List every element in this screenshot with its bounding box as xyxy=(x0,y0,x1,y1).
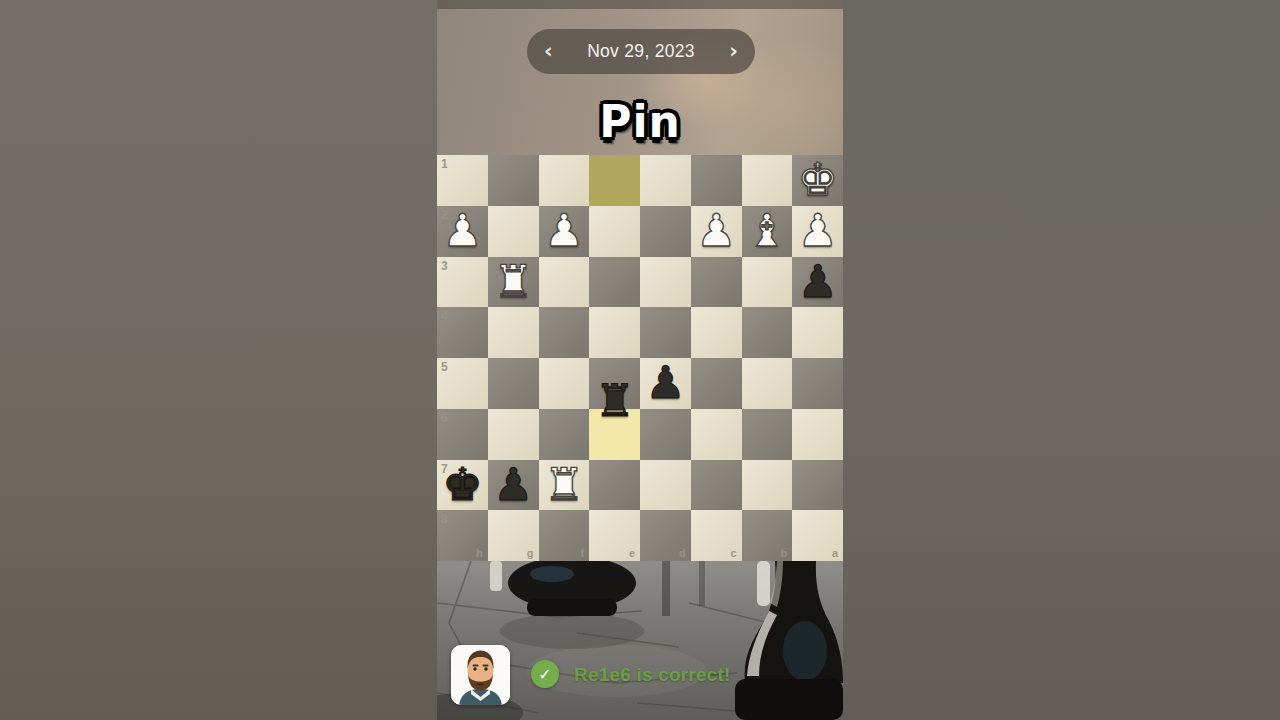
black-pawn[interactable]: ♟ xyxy=(645,358,685,408)
square-f7[interactable]: ♜ xyxy=(539,460,590,511)
next-date-button[interactable]: › xyxy=(729,41,738,62)
file-label-c: c xyxy=(730,547,736,559)
square-f3[interactable] xyxy=(539,257,590,308)
square-c1[interactable] xyxy=(691,155,742,206)
previous-date-button[interactable]: ‹ xyxy=(544,41,553,62)
rank-label-3: 3 xyxy=(441,259,448,273)
square-b6[interactable] xyxy=(742,409,793,460)
file-label-h: h xyxy=(476,547,483,559)
file-label-a: a xyxy=(832,547,838,559)
file-label-d: d xyxy=(679,547,686,559)
rank-label-8: 8 xyxy=(441,512,448,526)
square-c2[interactable]: ♟ xyxy=(691,206,742,257)
square-e7[interactable] xyxy=(589,460,640,511)
square-e8[interactable]: e xyxy=(589,510,640,561)
white-bishop[interactable]: ♝ xyxy=(747,206,787,256)
rank-label-1: 1 xyxy=(441,157,448,171)
square-h7[interactable]: 7♚ xyxy=(437,460,488,511)
square-d5[interactable]: ♟ xyxy=(640,358,691,409)
puzzle-theme-title: Pin xyxy=(437,96,843,147)
square-g3[interactable]: ♜ xyxy=(488,257,539,308)
rank-label-2: 2 xyxy=(441,208,448,222)
square-d8[interactable]: d xyxy=(640,510,691,561)
square-d7[interactable] xyxy=(640,460,691,511)
square-b7[interactable] xyxy=(742,460,793,511)
file-label-f: f xyxy=(581,547,585,559)
avatar-button[interactable] xyxy=(451,645,510,705)
file-label-b: b xyxy=(781,547,788,559)
left-letterbox xyxy=(0,0,437,720)
square-c4[interactable] xyxy=(691,307,742,358)
square-c6[interactable] xyxy=(691,409,742,460)
black-pawn[interactable]: ♟ xyxy=(797,257,837,307)
square-h2[interactable]: 2♟ xyxy=(437,206,488,257)
white-pawn[interactable]: ♟ xyxy=(442,206,482,256)
square-a1[interactable]: ♚ xyxy=(792,155,843,206)
square-e2[interactable] xyxy=(589,206,640,257)
square-a7[interactable] xyxy=(792,460,843,511)
square-b2[interactable]: ♝ xyxy=(742,206,793,257)
square-a6[interactable] xyxy=(792,409,843,460)
square-c7[interactable] xyxy=(691,460,742,511)
square-g4[interactable] xyxy=(488,307,539,358)
square-d2[interactable] xyxy=(640,206,691,257)
black-rook-animating[interactable]: ♜ xyxy=(589,376,640,427)
rank-label-7: 7 xyxy=(441,462,448,476)
square-g7[interactable]: ♟ xyxy=(488,460,539,511)
square-h6[interactable]: 6 xyxy=(437,409,488,460)
white-rook[interactable]: ♜ xyxy=(544,460,584,510)
rank-label-5: 5 xyxy=(441,360,448,374)
square-c3[interactable] xyxy=(691,257,742,308)
square-f1[interactable] xyxy=(539,155,590,206)
white-king[interactable]: ♚ xyxy=(797,155,837,205)
square-a3[interactable]: ♟ xyxy=(792,257,843,308)
file-label-g: g xyxy=(527,547,534,559)
square-g2[interactable] xyxy=(488,206,539,257)
top-background: ‹ Nov 29, 2023 › Pin xyxy=(437,0,843,155)
square-f6[interactable] xyxy=(539,409,590,460)
white-rook[interactable]: ♜ xyxy=(493,257,533,307)
square-h1[interactable]: 1 xyxy=(437,155,488,206)
square-g6[interactable] xyxy=(488,409,539,460)
correct-check-icon: ✓ xyxy=(531,660,559,688)
rank-label-6: 6 xyxy=(441,411,448,425)
white-pawn[interactable]: ♟ xyxy=(544,206,584,256)
square-g8[interactable]: g xyxy=(488,510,539,561)
square-h3[interactable]: 3 xyxy=(437,257,488,308)
square-f4[interactable] xyxy=(539,307,590,358)
white-pawn[interactable]: ♟ xyxy=(696,206,736,256)
square-d1[interactable] xyxy=(640,155,691,206)
square-b4[interactable] xyxy=(742,307,793,358)
black-pawn[interactable]: ♟ xyxy=(493,460,533,510)
square-h4[interactable]: 4 xyxy=(437,307,488,358)
avatar-image xyxy=(451,645,510,705)
square-e4[interactable] xyxy=(589,307,640,358)
black-rook: ♜ xyxy=(594,376,634,426)
square-b8[interactable]: b xyxy=(742,510,793,561)
rank-label-4: 4 xyxy=(441,309,448,323)
square-h8[interactable]: 8h xyxy=(437,510,488,561)
square-d4[interactable] xyxy=(640,307,691,358)
white-pawn[interactable]: ♟ xyxy=(797,206,837,256)
right-letterbox xyxy=(843,0,1280,720)
square-f8[interactable]: f xyxy=(539,510,590,561)
chess-board: 1♚2♟♟♟♝♟3♜♟45♟67♚♟♜8hgfedcba♜ xyxy=(437,155,843,561)
square-e3[interactable] xyxy=(589,257,640,308)
square-c8[interactable]: c xyxy=(691,510,742,561)
square-a8[interactable]: a xyxy=(792,510,843,561)
square-a5[interactable] xyxy=(792,358,843,409)
square-c5[interactable] xyxy=(691,358,742,409)
square-b1[interactable] xyxy=(742,155,793,206)
square-f2[interactable]: ♟ xyxy=(539,206,590,257)
square-h5[interactable]: 5 xyxy=(437,358,488,409)
date-label: Nov 29, 2023 xyxy=(587,41,695,62)
bottom-photo-background: ✓ Re1e6 is correct! xyxy=(437,561,843,720)
phone-screen: ‹ Nov 29, 2023 › Pin 1♚2♟♟♟♝♟3♜♟45♟67♚♟♜… xyxy=(437,0,843,720)
square-g5[interactable] xyxy=(488,358,539,409)
top-edge-strip xyxy=(437,0,843,9)
square-d6[interactable] xyxy=(640,409,691,460)
square-a2[interactable]: ♟ xyxy=(792,206,843,257)
square-b3[interactable] xyxy=(742,257,793,308)
date-navigation: ‹ Nov 29, 2023 › xyxy=(527,29,755,74)
file-label-e: e xyxy=(629,547,635,559)
square-g1[interactable] xyxy=(488,155,539,206)
black-king[interactable]: ♚ xyxy=(442,460,482,510)
square-f5[interactable] xyxy=(539,358,590,409)
square-d3[interactable] xyxy=(640,257,691,308)
square-b5[interactable] xyxy=(742,358,793,409)
square-e1[interactable] xyxy=(589,155,640,206)
correct-move-text: Re1e6 is correct! xyxy=(574,664,731,686)
square-a4[interactable] xyxy=(792,307,843,358)
